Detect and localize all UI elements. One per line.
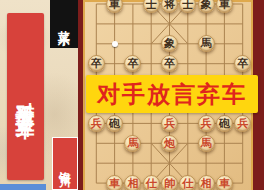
commentator-name: 艾乐平	[58, 21, 70, 27]
player-name: 许银川	[59, 161, 71, 167]
piece-red-仕[interactable]: 仕	[143, 175, 160, 190]
left-panel: 对手放言要弃车 艾乐平 许银川	[0, 0, 78, 190]
piece-black-砲[interactable]: 砲	[106, 115, 123, 132]
piece-black-象[interactable]: 象	[198, 0, 215, 13]
main-title-banner: 对手放言要弃车	[7, 13, 44, 180]
piece-red-車[interactable]: 車	[106, 175, 123, 190]
last-move-origin-dot	[112, 41, 118, 47]
piece-red-兵[interactable]: 兵	[88, 115, 105, 132]
piece-red-馬[interactable]: 馬	[198, 135, 215, 152]
overlay-banner: 对手放言弃车	[86, 75, 258, 113]
piece-black-車[interactable]: 車	[216, 0, 233, 13]
piece-red-相[interactable]: 相	[124, 175, 141, 190]
piece-black-馬[interactable]: 馬	[198, 35, 215, 52]
piece-red-帥[interactable]: 帥	[161, 175, 178, 190]
piece-red-車[interactable]: 車	[216, 175, 233, 190]
piece-black-卒[interactable]: 卒	[88, 55, 105, 72]
player-tag: 许银川	[52, 137, 78, 190]
main-title-text: 对手放言要弃车	[16, 86, 35, 107]
overlay-banner-text: 对手放言弃车	[97, 79, 247, 110]
piece-red-兵[interactable]: 兵	[198, 115, 215, 132]
piece-red-炮[interactable]: 炮	[161, 135, 178, 152]
piece-red-兵[interactable]: 兵	[234, 115, 251, 132]
piece-red-兵[interactable]: 兵	[161, 115, 178, 132]
piece-black-士[interactable]: 士	[143, 0, 160, 13]
piece-red-相[interactable]: 相	[198, 175, 215, 190]
piece-red-仕[interactable]: 仕	[179, 175, 196, 190]
piece-black-砲[interactable]: 砲	[216, 115, 233, 132]
commentator-tag: 艾乐平	[50, 0, 78, 48]
thumbnail-screen: 对手放言要弃车 艾乐平 许银川 車士将士象車象馬卒卒卒卒砲砲兵兵兵兵馬炮馬車相仕…	[0, 0, 264, 190]
blue-strip-decoration	[0, 184, 46, 190]
